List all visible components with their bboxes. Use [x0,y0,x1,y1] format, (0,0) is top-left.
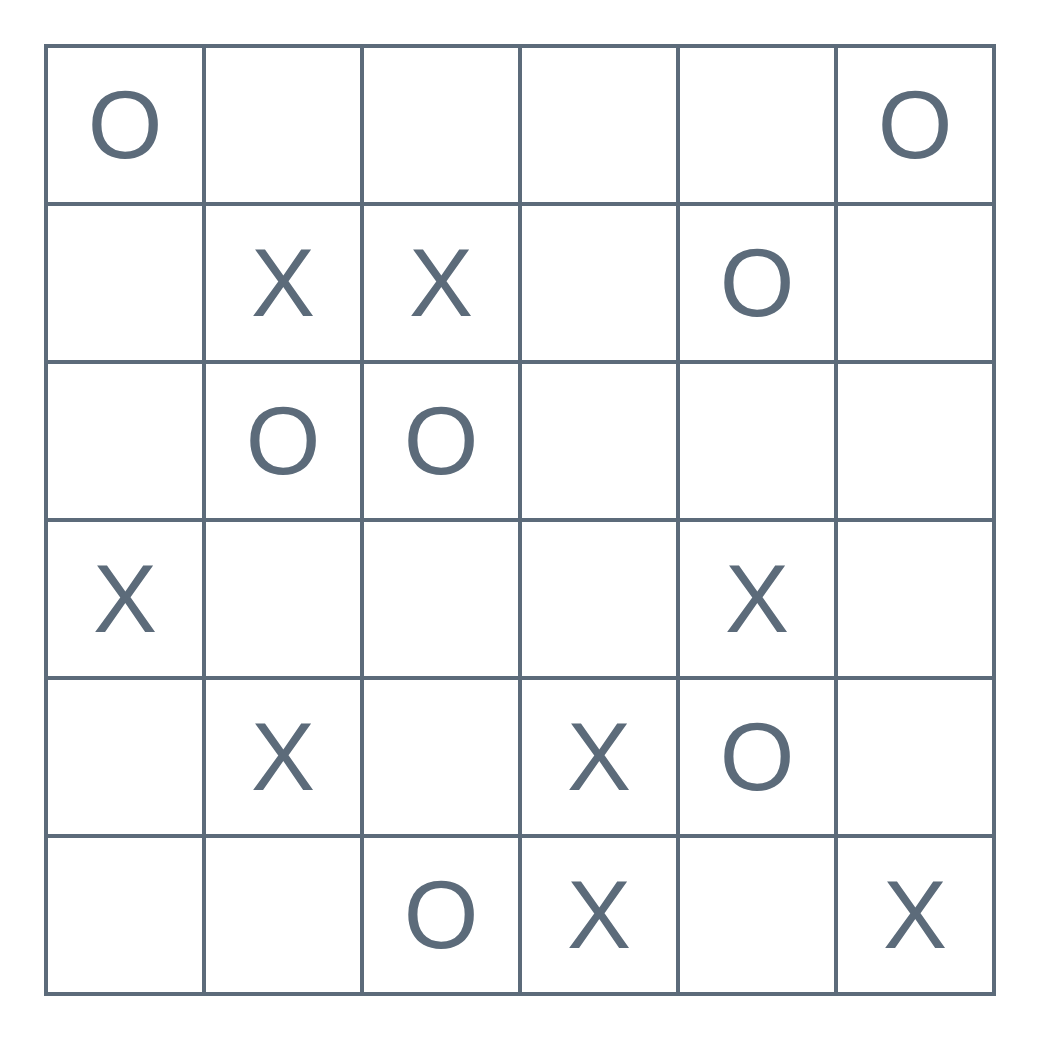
cell-r5c4[interactable]: X [522,680,676,834]
cell-r6c1[interactable] [48,838,202,992]
cell-r6c2[interactable] [206,838,360,992]
cell-r5c6[interactable] [838,680,992,834]
cell-r5c2[interactable]: X [206,680,360,834]
cell-r4c4[interactable] [522,522,676,676]
cell-r2c5[interactable]: O [680,206,834,360]
cell-r5c3[interactable] [364,680,518,834]
cell-r2c2[interactable]: X [206,206,360,360]
cell-r6c4[interactable]: X [522,838,676,992]
cell-r4c5[interactable]: X [680,522,834,676]
cell-r2c4[interactable] [522,206,676,360]
cell-r1c4[interactable] [522,48,676,202]
cell-r2c3[interactable]: X [364,206,518,360]
cell-r2c1[interactable] [48,206,202,360]
cell-r1c1[interactable]: O [48,48,202,202]
cell-r1c6[interactable]: O [838,48,992,202]
cell-r6c6[interactable]: X [838,838,992,992]
cell-r1c5[interactable] [680,48,834,202]
cell-r3c3[interactable]: O [364,364,518,518]
puzzle-board: O O X X O O O X X X X O O X X [44,44,996,996]
cell-r5c5[interactable]: O [680,680,834,834]
cell-r1c2[interactable] [206,48,360,202]
cell-r3c6[interactable] [838,364,992,518]
cell-r3c4[interactable] [522,364,676,518]
cell-r5c1[interactable] [48,680,202,834]
cell-r3c2[interactable]: O [206,364,360,518]
cell-r6c3[interactable]: O [364,838,518,992]
cell-r3c1[interactable] [48,364,202,518]
cell-r4c6[interactable] [838,522,992,676]
cell-r4c2[interactable] [206,522,360,676]
cell-r4c1[interactable]: X [48,522,202,676]
cell-r3c5[interactable] [680,364,834,518]
cell-r1c3[interactable] [364,48,518,202]
cell-r4c3[interactable] [364,522,518,676]
cell-r6c5[interactable] [680,838,834,992]
cell-r2c6[interactable] [838,206,992,360]
